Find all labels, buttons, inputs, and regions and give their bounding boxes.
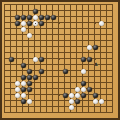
board-letter-annotation: A <box>94 63 98 68</box>
go-board[interactable]: A <box>0 0 120 120</box>
